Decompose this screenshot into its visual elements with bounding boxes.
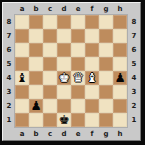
square-h8[interactable] [113,15,127,29]
file-label-top-a: a [15,3,29,15]
square-d7[interactable] [57,29,71,43]
square-d1[interactable]: ♚ [57,113,71,127]
rank-label-left-2: 2 [3,99,15,113]
rank-label-right-8: 8 [128,15,140,29]
square-h1[interactable] [113,113,127,127]
square-b8[interactable] [29,15,43,29]
square-h5[interactable] [113,57,127,71]
file-label-top-b: b [29,3,43,15]
rank-label-right-7: 7 [128,29,140,43]
square-f5[interactable] [85,57,99,71]
rank-label-left-5: 5 [3,57,15,71]
square-e6[interactable] [71,43,85,57]
square-g2[interactable] [99,99,113,113]
file-label-bottom-a: a [15,128,29,140]
square-f8[interactable] [85,15,99,29]
piece-black-pawn[interactable]: ♟ [113,71,127,85]
square-a2[interactable] [15,99,29,113]
square-a1[interactable] [15,113,29,127]
file-label-bottom-b: b [29,128,43,140]
square-e7[interactable] [71,29,85,43]
square-h4[interactable]: ♟ [113,71,127,85]
piece-black-king[interactable]: ♚ [57,113,71,127]
square-h3[interactable] [113,85,127,99]
file-label-bottom-e: e [71,128,85,140]
rank-label-left-1: 1 [3,113,15,127]
square-g1[interactable] [99,113,113,127]
piece-black-pawn[interactable]: ♟ [29,99,43,113]
square-a5[interactable] [15,57,29,71]
square-d8[interactable] [57,15,71,29]
file-label-bottom-c: c [43,128,57,140]
file-label-top-h: h [113,3,127,15]
rank-label-right-3: 3 [128,85,140,99]
square-d2[interactable] [57,99,71,113]
square-b5[interactable] [29,57,43,71]
board-frame: abcdefgh abcdefgh 87654321 87654321 ♝♚♛♝… [2,2,141,141]
square-c6[interactable] [43,43,57,57]
file-label-top-f: f [85,3,99,15]
file-labels-bottom: abcdefgh [15,128,127,140]
rank-label-right-5: 5 [128,57,140,71]
rank-label-left-8: 8 [3,15,15,29]
square-h7[interactable] [113,29,127,43]
square-g6[interactable] [99,43,113,57]
square-b6[interactable] [29,43,43,57]
square-g4[interactable] [99,71,113,85]
file-label-bottom-f: f [85,128,99,140]
square-d3[interactable] [57,85,71,99]
square-c8[interactable] [43,15,57,29]
square-f4[interactable]: ♝ [85,71,99,85]
square-c1[interactable] [43,113,57,127]
rank-label-right-6: 6 [128,43,140,57]
chess-diagram: abcdefgh abcdefgh 87654321 87654321 ♝♚♛♝… [0,0,145,145]
file-label-top-d: d [57,3,71,15]
file-label-bottom-g: g [99,128,113,140]
square-e4[interactable]: ♛ [71,71,85,85]
file-labels-top: abcdefgh [15,3,127,15]
file-label-top-g: g [99,3,113,15]
square-e8[interactable] [71,15,85,29]
square-c7[interactable] [43,29,57,43]
square-b4[interactable] [29,71,43,85]
square-h2[interactable] [113,99,127,113]
square-f7[interactable] [85,29,99,43]
square-d5[interactable] [57,57,71,71]
square-c4[interactable] [43,71,57,85]
rank-label-left-6: 6 [3,43,15,57]
piece-white-queen[interactable]: ♛ [71,71,85,85]
square-b7[interactable] [29,29,43,43]
square-c5[interactable] [43,57,57,71]
square-a7[interactable] [15,29,29,43]
square-c3[interactable] [43,85,57,99]
rank-label-right-2: 2 [128,99,140,113]
square-a3[interactable] [15,85,29,99]
rank-labels-right: 87654321 [128,15,140,127]
square-d6[interactable] [57,43,71,57]
file-label-top-c: c [43,3,57,15]
square-a8[interactable] [15,15,29,29]
rank-labels-left: 87654321 [3,15,15,127]
square-b1[interactable] [29,113,43,127]
rank-label-left-3: 3 [3,85,15,99]
square-a4[interactable]: ♝ [15,71,29,85]
square-e1[interactable] [71,113,85,127]
square-g7[interactable] [99,29,113,43]
square-d4[interactable]: ♚ [57,71,71,85]
rank-label-left-7: 7 [3,29,15,43]
piece-white-bishop[interactable]: ♝ [85,71,99,85]
square-f3[interactable] [85,85,99,99]
file-label-bottom-h: h [113,128,127,140]
chess-board: ♝♚♛♝♟♟♚ [15,15,127,127]
rank-label-right-4: 4 [128,71,140,85]
square-b2[interactable]: ♟ [29,99,43,113]
rank-label-left-4: 4 [3,71,15,85]
square-f6[interactable] [85,43,99,57]
square-f2[interactable] [85,99,99,113]
square-e2[interactable] [71,99,85,113]
piece-white-king[interactable]: ♚ [57,71,71,85]
square-h6[interactable] [113,43,127,57]
file-label-bottom-d: d [57,128,71,140]
square-c2[interactable] [43,99,57,113]
square-b3[interactable] [29,85,43,99]
square-a6[interactable] [15,43,29,57]
square-g8[interactable] [99,15,113,29]
square-g3[interactable] [99,85,113,99]
piece-black-bishop[interactable]: ♝ [15,71,29,85]
rank-label-right-1: 1 [128,113,140,127]
square-g5[interactable] [99,57,113,71]
square-e3[interactable] [71,85,85,99]
square-f1[interactable] [85,113,99,127]
file-label-top-e: e [71,3,85,15]
square-e5[interactable] [71,57,85,71]
